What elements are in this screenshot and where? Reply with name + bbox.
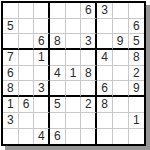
cell-r1c1[interactable] xyxy=(3,3,19,19)
sudoku-board-wrap: 6356683957148641828369165283146 xyxy=(1,1,146,146)
cell-r9c1[interactable] xyxy=(3,129,19,145)
cell-r4c9: 8 xyxy=(129,50,145,66)
cell-r3c2[interactable] xyxy=(19,34,35,50)
cell-r6c6[interactable] xyxy=(81,81,97,97)
cell-r9c5[interactable] xyxy=(66,129,82,145)
cell-r6c7: 6 xyxy=(97,81,113,97)
cell-r7c8[interactable] xyxy=(113,97,129,113)
cell-r6c9: 9 xyxy=(129,81,145,97)
cell-r4c1: 7 xyxy=(3,50,19,66)
cell-r2c2[interactable] xyxy=(19,19,35,35)
cell-r1c2[interactable] xyxy=(19,3,35,19)
cell-r4c7: 4 xyxy=(97,50,113,66)
cell-r9c6[interactable] xyxy=(81,129,97,145)
cell-r7c4: 5 xyxy=(50,97,66,113)
cell-r8c4[interactable] xyxy=(50,113,66,129)
cell-r6c3: 3 xyxy=(34,81,50,97)
cell-r2c1: 5 xyxy=(3,19,19,35)
cell-r1c3[interactable] xyxy=(34,3,50,19)
cell-r4c6[interactable] xyxy=(81,50,97,66)
cell-r6c2[interactable] xyxy=(19,81,35,97)
cell-r1c5[interactable] xyxy=(66,3,82,19)
cell-r5c2[interactable] xyxy=(19,66,35,82)
cell-r9c3: 4 xyxy=(34,129,50,145)
cell-r6c4[interactable] xyxy=(50,81,66,97)
cell-r4c3: 1 xyxy=(34,50,50,66)
cell-r6c5[interactable] xyxy=(66,81,82,97)
cell-r1c7: 3 xyxy=(97,3,113,19)
cell-r7c2: 6 xyxy=(19,97,35,113)
cell-r5c6: 8 xyxy=(81,66,97,82)
cell-r3c5[interactable] xyxy=(66,34,82,50)
cell-r2c6[interactable] xyxy=(81,19,97,35)
cell-r9c8[interactable] xyxy=(113,129,129,145)
sudoku-board: 6356683957148641828369165283146 xyxy=(1,1,146,146)
cell-r7c7: 8 xyxy=(97,97,113,113)
cell-r8c8[interactable] xyxy=(113,113,129,129)
cell-r8c1: 3 xyxy=(3,113,19,129)
cell-r4c5[interactable] xyxy=(66,50,82,66)
cell-r9c2[interactable] xyxy=(19,129,35,145)
cell-r3c6: 3 xyxy=(81,34,97,50)
cell-r7c3[interactable] xyxy=(34,97,50,113)
cell-r5c1: 6 xyxy=(3,66,19,82)
cell-r2c7[interactable] xyxy=(97,19,113,35)
cell-r3c7[interactable] xyxy=(97,34,113,50)
cell-r2c9: 6 xyxy=(129,19,145,35)
cell-r3c8: 9 xyxy=(113,34,129,50)
cell-r9c9[interactable] xyxy=(129,129,145,145)
cell-r1c6: 6 xyxy=(81,3,97,19)
cell-r6c1: 8 xyxy=(3,81,19,97)
cell-r7c5[interactable] xyxy=(66,97,82,113)
cell-r2c4[interactable] xyxy=(50,19,66,35)
cell-r1c9[interactable] xyxy=(129,3,145,19)
cell-r4c2[interactable] xyxy=(19,50,35,66)
cell-r5c9: 2 xyxy=(129,66,145,82)
cell-r5c4: 4 xyxy=(50,66,66,82)
cell-r8c6[interactable] xyxy=(81,113,97,129)
cell-r4c4[interactable] xyxy=(50,50,66,66)
cell-r7c9[interactable] xyxy=(129,97,145,113)
cell-r4c8[interactable] xyxy=(113,50,129,66)
cell-r3c4: 8 xyxy=(50,34,66,50)
cell-r8c2[interactable] xyxy=(19,113,35,129)
cell-r9c7[interactable] xyxy=(97,129,113,145)
cell-r8c3[interactable] xyxy=(34,113,50,129)
cell-r5c8[interactable] xyxy=(113,66,129,82)
cell-r1c8[interactable] xyxy=(113,3,129,19)
cell-r8c5[interactable] xyxy=(66,113,82,129)
cell-r7c6: 2 xyxy=(81,97,97,113)
cell-r9c4: 6 xyxy=(50,129,66,145)
cell-r5c5: 1 xyxy=(66,66,82,82)
cell-r2c5[interactable] xyxy=(66,19,82,35)
cell-r3c3: 6 xyxy=(34,34,50,50)
cell-r3c1[interactable] xyxy=(3,34,19,50)
cell-r3c9: 5 xyxy=(129,34,145,50)
cell-r2c8[interactable] xyxy=(113,19,129,35)
cell-r1c4[interactable] xyxy=(50,3,66,19)
cell-r2c3[interactable] xyxy=(34,19,50,35)
cell-r6c8[interactable] xyxy=(113,81,129,97)
cell-r5c3[interactable] xyxy=(34,66,50,82)
cell-r8c7[interactable] xyxy=(97,113,113,129)
cell-r8c9: 1 xyxy=(129,113,145,129)
cell-r5c7[interactable] xyxy=(97,66,113,82)
cell-r7c1: 1 xyxy=(3,97,19,113)
